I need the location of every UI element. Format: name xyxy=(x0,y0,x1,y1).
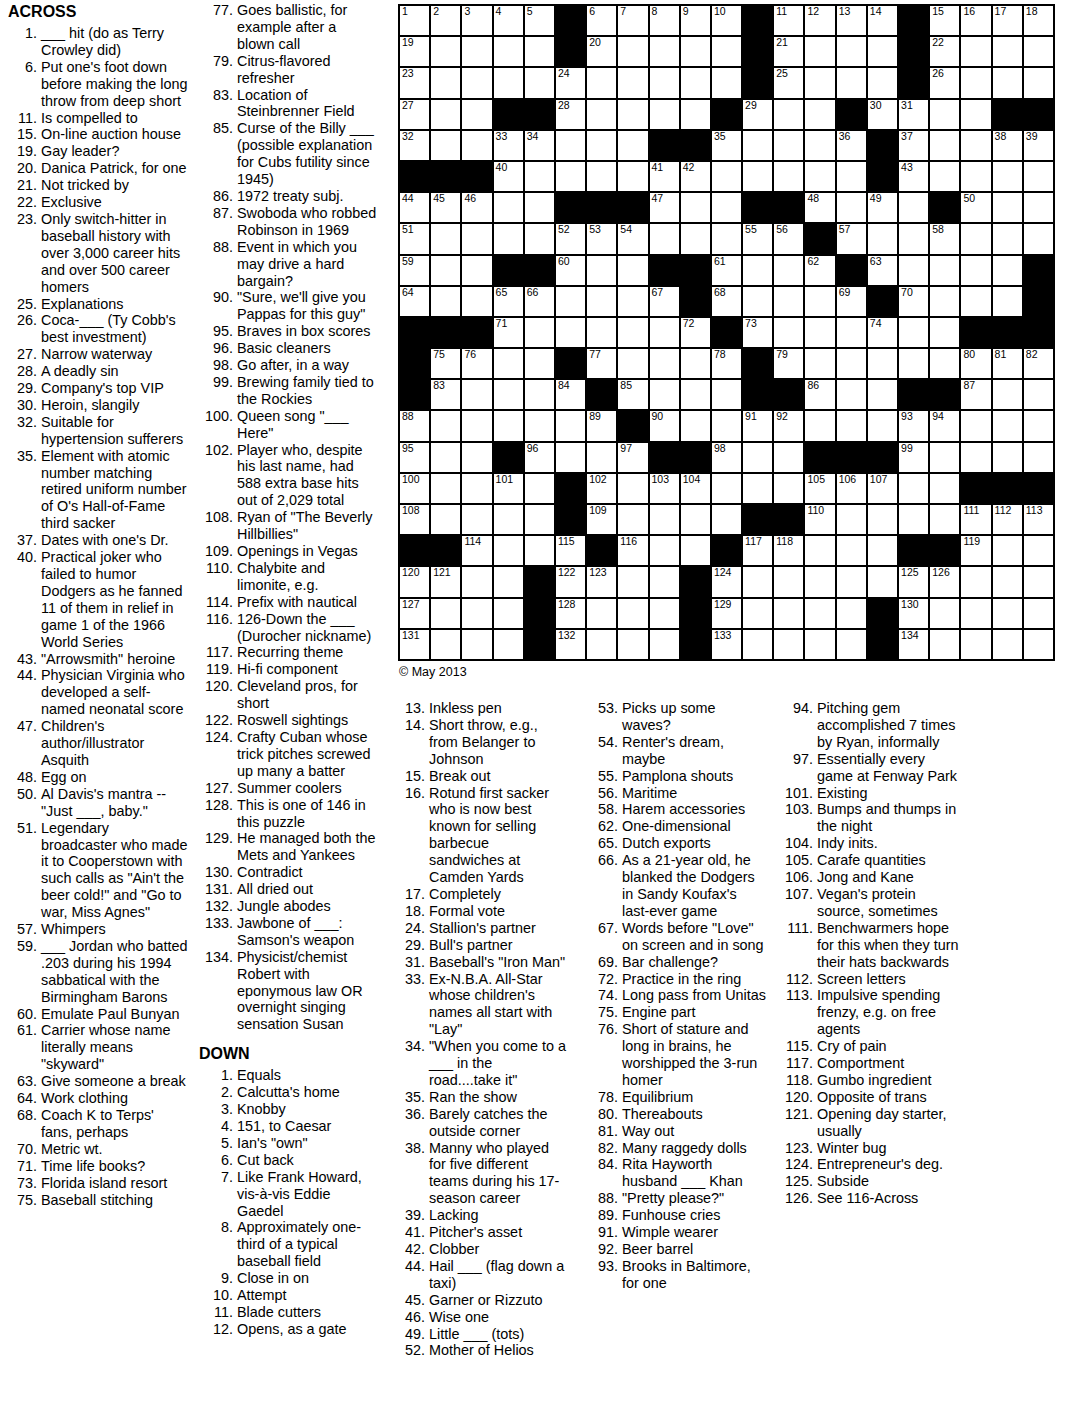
cell-r17c20[interactable]: 112 xyxy=(992,504,1023,535)
cell-r6c4[interactable]: 40 xyxy=(493,161,524,192)
cell-r11c16[interactable]: 74 xyxy=(867,317,898,348)
cell-r19c20[interactable] xyxy=(992,566,1023,597)
cell-r6c19[interactable] xyxy=(960,161,991,192)
cell-r20c8[interactable] xyxy=(617,598,648,629)
cell-r16c17[interactable] xyxy=(898,473,929,504)
cell-r7c11[interactable] xyxy=(711,192,742,223)
cell-r19c4[interactable] xyxy=(493,566,524,597)
cell-r8c3[interactable] xyxy=(461,223,492,254)
cell-r8c4[interactable] xyxy=(493,223,524,254)
cell-r1c4[interactable]: 4 xyxy=(493,5,524,36)
cell-r16c16[interactable]: 107 xyxy=(867,473,898,504)
cell-r20c2[interactable] xyxy=(430,598,461,629)
cell-r3c2[interactable] xyxy=(430,67,461,98)
cell-r16c10[interactable]: 104 xyxy=(680,473,711,504)
cell-r4c6[interactable]: 28 xyxy=(555,99,586,130)
cell-r3c8[interactable] xyxy=(617,67,648,98)
cell-r11c12[interactable]: 73 xyxy=(742,317,773,348)
cell-r5c21[interactable]: 39 xyxy=(1023,130,1054,161)
cell-r3c9[interactable] xyxy=(649,67,680,98)
cell-r16c14[interactable]: 105 xyxy=(804,473,835,504)
cell-r21c11[interactable]: 133 xyxy=(711,629,742,660)
cell-r19c15[interactable] xyxy=(836,566,867,597)
cell-r15c21[interactable] xyxy=(1023,442,1054,473)
cell-r8c2[interactable] xyxy=(430,223,461,254)
cell-r20c9[interactable] xyxy=(649,598,680,629)
cell-r18c4[interactable] xyxy=(493,535,524,566)
cell-r18c21[interactable] xyxy=(1023,535,1054,566)
cell-r15c17[interactable]: 99 xyxy=(898,442,929,473)
cell-r10c15[interactable]: 69 xyxy=(836,286,867,317)
cell-r11c5[interactable] xyxy=(524,317,555,348)
cell-r2c13[interactable]: 21 xyxy=(773,36,804,67)
cell-r15c3[interactable] xyxy=(461,442,492,473)
cell-r7c21[interactable] xyxy=(1023,192,1054,223)
cell-r14c20[interactable] xyxy=(992,410,1023,441)
cell-r11c18[interactable] xyxy=(929,317,960,348)
cell-r2c20[interactable] xyxy=(992,36,1023,67)
cell-r8c17[interactable] xyxy=(898,223,929,254)
cell-r15c13[interactable] xyxy=(773,442,804,473)
cell-r19c1[interactable]: 120 xyxy=(399,566,430,597)
cell-r1c15[interactable]: 13 xyxy=(836,5,867,36)
cell-r17c8[interactable] xyxy=(617,504,648,535)
cell-r2c3[interactable] xyxy=(461,36,492,67)
cell-r21c12[interactable] xyxy=(742,629,773,660)
cell-r20c19[interactable] xyxy=(960,598,991,629)
cell-r17c21[interactable]: 113 xyxy=(1023,504,1054,535)
cell-r11c15[interactable] xyxy=(836,317,867,348)
cell-r14c5[interactable] xyxy=(524,410,555,441)
cell-r19c16[interactable] xyxy=(867,566,898,597)
cell-r1c11[interactable]: 10 xyxy=(711,5,742,36)
cell-r16c2[interactable] xyxy=(430,473,461,504)
cell-r12c4[interactable] xyxy=(493,348,524,379)
cell-r12c21[interactable]: 82 xyxy=(1023,348,1054,379)
cell-r2c15[interactable] xyxy=(836,36,867,67)
cell-r5c2[interactable] xyxy=(430,130,461,161)
cell-r16c18[interactable] xyxy=(929,473,960,504)
cell-r12c5[interactable] xyxy=(524,348,555,379)
cell-r8c8[interactable]: 54 xyxy=(617,223,648,254)
cell-r16c4[interactable]: 101 xyxy=(493,473,524,504)
cell-r4c7[interactable] xyxy=(586,99,617,130)
cell-r17c15[interactable] xyxy=(836,504,867,535)
cell-r20c6[interactable]: 128 xyxy=(555,598,586,629)
cell-r14c1[interactable]: 88 xyxy=(399,410,430,441)
cell-r14c12[interactable]: 91 xyxy=(742,410,773,441)
cell-r21c18[interactable] xyxy=(929,629,960,660)
cell-r5c4[interactable]: 33 xyxy=(493,130,524,161)
cell-r16c5[interactable] xyxy=(524,473,555,504)
cell-r3c3[interactable] xyxy=(461,67,492,98)
cell-r9c17[interactable] xyxy=(898,255,929,286)
cell-r3c21[interactable] xyxy=(1023,67,1054,98)
cell-r14c14[interactable] xyxy=(804,410,835,441)
cell-r2c21[interactable] xyxy=(1023,36,1054,67)
cell-r21c20[interactable] xyxy=(992,629,1023,660)
cell-r5c13[interactable] xyxy=(773,130,804,161)
cell-r19c8[interactable] xyxy=(617,566,648,597)
cell-r7c1[interactable]: 44 xyxy=(399,192,430,223)
cell-r12c15[interactable] xyxy=(836,348,867,379)
cell-r8c9[interactable] xyxy=(649,223,680,254)
cell-r18c20[interactable] xyxy=(992,535,1023,566)
cell-r8c6[interactable]: 52 xyxy=(555,223,586,254)
cell-r8c11[interactable] xyxy=(711,223,742,254)
cell-r12c14[interactable] xyxy=(804,348,835,379)
cell-r13c11[interactable] xyxy=(711,379,742,410)
cell-r10c5[interactable]: 66 xyxy=(524,286,555,317)
cell-r2c5[interactable] xyxy=(524,36,555,67)
cell-r2c11[interactable] xyxy=(711,36,742,67)
cell-r19c19[interactable] xyxy=(960,566,991,597)
cell-r1c2[interactable]: 2 xyxy=(430,5,461,36)
cell-r11c4[interactable]: 71 xyxy=(493,317,524,348)
cell-r20c1[interactable]: 127 xyxy=(399,598,430,629)
cell-r12c20[interactable]: 81 xyxy=(992,348,1023,379)
cell-r18c3[interactable]: 114 xyxy=(461,535,492,566)
cell-r14c4[interactable] xyxy=(493,410,524,441)
cell-r6c5[interactable] xyxy=(524,161,555,192)
cell-r2c14[interactable] xyxy=(804,36,835,67)
cell-r12c11[interactable]: 78 xyxy=(711,348,742,379)
cell-r18c6[interactable]: 115 xyxy=(555,535,586,566)
cell-r7c14[interactable]: 48 xyxy=(804,192,835,223)
cell-r4c2[interactable] xyxy=(430,99,461,130)
cell-r17c10[interactable] xyxy=(680,504,711,535)
cell-r9c20[interactable] xyxy=(992,255,1023,286)
cell-r3c16[interactable] xyxy=(867,67,898,98)
cell-r21c8[interactable] xyxy=(617,629,648,660)
cell-r10c7[interactable] xyxy=(586,286,617,317)
cell-r10c1[interactable]: 64 xyxy=(399,286,430,317)
cell-r12c3[interactable]: 76 xyxy=(461,348,492,379)
cell-r12c2[interactable]: 75 xyxy=(430,348,461,379)
cell-r5c8[interactable] xyxy=(617,130,648,161)
cell-r14c2[interactable] xyxy=(430,410,461,441)
cell-r5c1[interactable]: 32 xyxy=(399,130,430,161)
cell-r4c10[interactable] xyxy=(680,99,711,130)
cell-r2c18[interactable]: 22 xyxy=(929,36,960,67)
cell-r21c2[interactable] xyxy=(430,629,461,660)
cell-r10c13[interactable] xyxy=(773,286,804,317)
cell-r5c19[interactable] xyxy=(960,130,991,161)
cell-r13c16[interactable] xyxy=(867,379,898,410)
cell-r6c15[interactable] xyxy=(836,161,867,192)
cell-r8c20[interactable] xyxy=(992,223,1023,254)
cell-r7c4[interactable] xyxy=(493,192,524,223)
cell-r9c14[interactable]: 62 xyxy=(804,255,835,286)
cell-r10c9[interactable]: 67 xyxy=(649,286,680,317)
cell-r5c6[interactable] xyxy=(555,130,586,161)
cell-r11c9[interactable] xyxy=(649,317,680,348)
cell-r8c15[interactable]: 57 xyxy=(836,223,867,254)
cell-r2c16[interactable] xyxy=(867,36,898,67)
cell-r21c6[interactable]: 132 xyxy=(555,629,586,660)
cell-r7c5[interactable] xyxy=(524,192,555,223)
cell-r20c18[interactable] xyxy=(929,598,960,629)
cell-r16c8[interactable] xyxy=(617,473,648,504)
cell-r9c16[interactable]: 63 xyxy=(867,255,898,286)
cell-r3c14[interactable] xyxy=(804,67,835,98)
cell-r16c9[interactable]: 103 xyxy=(649,473,680,504)
cell-r14c9[interactable]: 90 xyxy=(649,410,680,441)
cell-r1c21[interactable]: 18 xyxy=(1023,5,1054,36)
cell-r20c15[interactable] xyxy=(836,598,867,629)
cell-r6c20[interactable] xyxy=(992,161,1023,192)
cell-r4c3[interactable] xyxy=(461,99,492,130)
cell-r3c7[interactable] xyxy=(586,67,617,98)
cell-r12c7[interactable]: 77 xyxy=(586,348,617,379)
cell-r19c21[interactable] xyxy=(1023,566,1054,597)
cell-r3c6[interactable]: 24 xyxy=(555,67,586,98)
cell-r19c13[interactable] xyxy=(773,566,804,597)
cell-r18c5[interactable] xyxy=(524,535,555,566)
cell-r10c11[interactable]: 68 xyxy=(711,286,742,317)
cell-r3c19[interactable] xyxy=(960,67,991,98)
cell-r15c12[interactable] xyxy=(742,442,773,473)
cell-r15c5[interactable]: 96 xyxy=(524,442,555,473)
cell-r17c19[interactable]: 111 xyxy=(960,504,991,535)
cell-r13c14[interactable]: 86 xyxy=(804,379,835,410)
cell-r19c2[interactable]: 121 xyxy=(430,566,461,597)
cell-r3c13[interactable]: 25 xyxy=(773,67,804,98)
cell-r4c19[interactable] xyxy=(960,99,991,130)
cell-r11c6[interactable] xyxy=(555,317,586,348)
cell-r1c9[interactable]: 8 xyxy=(649,5,680,36)
cell-r3c15[interactable] xyxy=(836,67,867,98)
cell-r6c7[interactable] xyxy=(586,161,617,192)
cell-r14c17[interactable]: 93 xyxy=(898,410,929,441)
cell-r10c8[interactable] xyxy=(617,286,648,317)
cell-r21c15[interactable] xyxy=(836,629,867,660)
cell-r19c7[interactable]: 123 xyxy=(586,566,617,597)
cell-r3c20[interactable] xyxy=(992,67,1023,98)
cell-r20c13[interactable] xyxy=(773,598,804,629)
cell-r13c19[interactable]: 87 xyxy=(960,379,991,410)
cell-r13c20[interactable] xyxy=(992,379,1023,410)
cell-r14c18[interactable]: 94 xyxy=(929,410,960,441)
cell-r15c19[interactable] xyxy=(960,442,991,473)
cell-r15c20[interactable] xyxy=(992,442,1023,473)
cell-r18c15[interactable] xyxy=(836,535,867,566)
cell-r12c8[interactable] xyxy=(617,348,648,379)
cell-r10c17[interactable]: 70 xyxy=(898,286,929,317)
cell-r14c7[interactable]: 89 xyxy=(586,410,617,441)
cell-r10c19[interactable] xyxy=(960,286,991,317)
cell-r14c21[interactable] xyxy=(1023,410,1054,441)
cell-r17c11[interactable] xyxy=(711,504,742,535)
cell-r9c1[interactable]: 59 xyxy=(399,255,430,286)
cell-r17c17[interactable] xyxy=(898,504,929,535)
cell-r18c9[interactable] xyxy=(649,535,680,566)
cell-r4c8[interactable] xyxy=(617,99,648,130)
cell-r6c13[interactable] xyxy=(773,161,804,192)
cell-r12c10[interactable] xyxy=(680,348,711,379)
cell-r7c2[interactable]: 45 xyxy=(430,192,461,223)
cell-r3c11[interactable] xyxy=(711,67,742,98)
cell-r21c1[interactable]: 131 xyxy=(399,629,430,660)
cell-r9c3[interactable] xyxy=(461,255,492,286)
cell-r15c2[interactable] xyxy=(430,442,461,473)
cell-r9c6[interactable]: 60 xyxy=(555,255,586,286)
cell-r17c1[interactable]: 108 xyxy=(399,504,430,535)
cell-r21c14[interactable] xyxy=(804,629,835,660)
cell-r20c21[interactable] xyxy=(1023,598,1054,629)
cell-r9c11[interactable]: 61 xyxy=(711,255,742,286)
cell-r8c16[interactable] xyxy=(867,223,898,254)
cell-r8c19[interactable] xyxy=(960,223,991,254)
cell-r2c19[interactable] xyxy=(960,36,991,67)
cell-r12c17[interactable] xyxy=(898,348,929,379)
cell-r18c12[interactable]: 117 xyxy=(742,535,773,566)
cell-r4c1[interactable]: 27 xyxy=(399,99,430,130)
cell-r5c11[interactable]: 35 xyxy=(711,130,742,161)
cell-r5c14[interactable] xyxy=(804,130,835,161)
cell-r10c2[interactable] xyxy=(430,286,461,317)
cell-r11c7[interactable] xyxy=(586,317,617,348)
cell-r14c3[interactable] xyxy=(461,410,492,441)
cell-r1c1[interactable]: 1 xyxy=(399,5,430,36)
cell-r16c1[interactable]: 100 xyxy=(399,473,430,504)
cell-r20c17[interactable]: 130 xyxy=(898,598,929,629)
cell-r14c11[interactable] xyxy=(711,410,742,441)
cell-r8c10[interactable] xyxy=(680,223,711,254)
cell-r8c21[interactable] xyxy=(1023,223,1054,254)
cell-r16c3[interactable] xyxy=(461,473,492,504)
cell-r7c19[interactable]: 50 xyxy=(960,192,991,223)
cell-r13c3[interactable] xyxy=(461,379,492,410)
cell-r9c18[interactable] xyxy=(929,255,960,286)
cell-r15c8[interactable]: 97 xyxy=(617,442,648,473)
cell-r4c17[interactable]: 31 xyxy=(898,99,929,130)
cell-r16c13[interactable] xyxy=(773,473,804,504)
cell-r17c18[interactable] xyxy=(929,504,960,535)
cell-r18c13[interactable]: 118 xyxy=(773,535,804,566)
cell-r8c13[interactable]: 56 xyxy=(773,223,804,254)
cell-r9c2[interactable] xyxy=(430,255,461,286)
cell-r2c9[interactable] xyxy=(649,36,680,67)
cell-r7c15[interactable] xyxy=(836,192,867,223)
cell-r4c14[interactable] xyxy=(804,99,835,130)
cell-r21c13[interactable] xyxy=(773,629,804,660)
cell-r17c5[interactable] xyxy=(524,504,555,535)
cell-r10c18[interactable] xyxy=(929,286,960,317)
cell-r1c18[interactable]: 15 xyxy=(929,5,960,36)
cell-r2c8[interactable] xyxy=(617,36,648,67)
cell-r7c10[interactable] xyxy=(680,192,711,223)
cell-r1c3[interactable]: 3 xyxy=(461,5,492,36)
cell-r18c10[interactable] xyxy=(680,535,711,566)
cell-r5c5[interactable]: 34 xyxy=(524,130,555,161)
cell-r16c15[interactable]: 106 xyxy=(836,473,867,504)
cell-r21c7[interactable] xyxy=(586,629,617,660)
cell-r6c6[interactable] xyxy=(555,161,586,192)
cell-r10c20[interactable] xyxy=(992,286,1023,317)
cell-r20c20[interactable] xyxy=(992,598,1023,629)
cell-r19c3[interactable] xyxy=(461,566,492,597)
cell-r13c10[interactable] xyxy=(680,379,711,410)
cell-r16c12[interactable] xyxy=(742,473,773,504)
cell-r1c13[interactable]: 11 xyxy=(773,5,804,36)
cell-r14c13[interactable]: 92 xyxy=(773,410,804,441)
cell-r13c15[interactable] xyxy=(836,379,867,410)
cell-r1c16[interactable]: 14 xyxy=(867,5,898,36)
cell-r1c14[interactable]: 12 xyxy=(804,5,835,36)
cell-r14c10[interactable] xyxy=(680,410,711,441)
cell-r1c10[interactable]: 9 xyxy=(680,5,711,36)
cell-r1c19[interactable]: 16 xyxy=(960,5,991,36)
cell-r6c11[interactable] xyxy=(711,161,742,192)
cell-r9c13[interactable] xyxy=(773,255,804,286)
cell-r15c6[interactable] xyxy=(555,442,586,473)
cell-r17c7[interactable]: 109 xyxy=(586,504,617,535)
cell-r6c21[interactable] xyxy=(1023,161,1054,192)
cell-r1c8[interactable]: 7 xyxy=(617,5,648,36)
cell-r13c8[interactable]: 85 xyxy=(617,379,648,410)
cell-r8c1[interactable]: 51 xyxy=(399,223,430,254)
cell-r12c19[interactable]: 80 xyxy=(960,348,991,379)
cell-r11c10[interactable]: 72 xyxy=(680,317,711,348)
cell-r4c13[interactable] xyxy=(773,99,804,130)
cell-r16c7[interactable]: 102 xyxy=(586,473,617,504)
cell-r9c12[interactable] xyxy=(742,255,773,286)
cell-r10c12[interactable] xyxy=(742,286,773,317)
cell-r15c11[interactable]: 98 xyxy=(711,442,742,473)
cell-r8c7[interactable]: 53 xyxy=(586,223,617,254)
cell-r12c16[interactable] xyxy=(867,348,898,379)
cell-r13c6[interactable]: 84 xyxy=(555,379,586,410)
cell-r5c12[interactable] xyxy=(742,130,773,161)
cell-r4c9[interactable] xyxy=(649,99,680,130)
cell-r10c3[interactable] xyxy=(461,286,492,317)
cell-r4c16[interactable]: 30 xyxy=(867,99,898,130)
cell-r6c14[interactable] xyxy=(804,161,835,192)
cell-r19c17[interactable]: 125 xyxy=(898,566,929,597)
cell-r13c5[interactable] xyxy=(524,379,555,410)
cell-r1c20[interactable]: 17 xyxy=(992,5,1023,36)
cell-r2c4[interactable] xyxy=(493,36,524,67)
cell-r19c9[interactable] xyxy=(649,566,680,597)
cell-r7c9[interactable]: 47 xyxy=(649,192,680,223)
cell-r3c5[interactable] xyxy=(524,67,555,98)
cell-r8c18[interactable]: 58 xyxy=(929,223,960,254)
cell-r14c16[interactable] xyxy=(867,410,898,441)
cell-r20c7[interactable] xyxy=(586,598,617,629)
cell-r10c4[interactable]: 65 xyxy=(493,286,524,317)
cell-r3c1[interactable]: 23 xyxy=(399,67,430,98)
cell-r5c20[interactable]: 38 xyxy=(992,130,1023,161)
cell-r19c12[interactable] xyxy=(742,566,773,597)
cell-r18c16[interactable] xyxy=(867,535,898,566)
cell-r21c17[interactable]: 134 xyxy=(898,629,929,660)
cell-r13c9[interactable] xyxy=(649,379,680,410)
cell-r19c11[interactable]: 124 xyxy=(711,566,742,597)
cell-r10c6[interactable] xyxy=(555,286,586,317)
cell-r18c8[interactable]: 116 xyxy=(617,535,648,566)
cell-r8c5[interactable] xyxy=(524,223,555,254)
crossword-grid[interactable]: 1234567891011121314151617181920212223242… xyxy=(398,4,1055,661)
cell-r2c10[interactable] xyxy=(680,36,711,67)
cell-r21c9[interactable] xyxy=(649,629,680,660)
cell-r11c13[interactable] xyxy=(773,317,804,348)
cell-r18c14[interactable] xyxy=(804,535,835,566)
cell-r7c16[interactable]: 49 xyxy=(867,192,898,223)
cell-r2c2[interactable] xyxy=(430,36,461,67)
cell-r11c17[interactable] xyxy=(898,317,929,348)
cell-r2c1[interactable]: 19 xyxy=(399,36,430,67)
